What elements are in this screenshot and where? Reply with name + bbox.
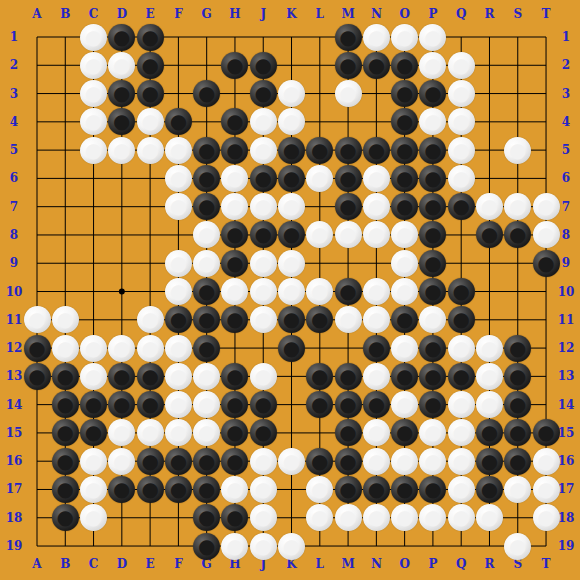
column-label-bottom-B: B (60, 557, 70, 571)
column-label-top-R: R (484, 7, 494, 21)
white-stone-N16: ● (363, 448, 390, 475)
black-stone-G12: ● (193, 335, 220, 362)
white-stone-T17: ● (533, 476, 560, 503)
black-stone-M1: ● (335, 24, 362, 51)
white-stone-N10: ● (363, 278, 390, 305)
black-stone-G5: ● (193, 137, 220, 164)
column-label-top-S: S (513, 7, 522, 21)
white-stone-F6: ● (165, 165, 192, 192)
row-label-left-1: 1 (10, 30, 18, 44)
column-label-top-D: D (117, 7, 127, 21)
column-label-top-M: M (341, 7, 354, 21)
white-stone-K10: ● (278, 278, 305, 305)
column-label-bottom-Q: Q (456, 557, 466, 571)
black-stone-J14: ● (250, 391, 277, 418)
white-stone-F5: ● (165, 137, 192, 164)
white-stone-F13: ● (165, 363, 192, 390)
column-label-top-T: T (542, 7, 551, 21)
column-label-bottom-T: T (542, 557, 551, 571)
black-stone-G19: ● (193, 533, 220, 560)
white-stone-N7: ● (363, 193, 390, 220)
row-label-right-1: 1 (562, 30, 570, 44)
white-stone-Q15: ● (448, 419, 475, 446)
white-stone-K3: ● (278, 80, 305, 107)
row-label-right-10: 10 (558, 285, 575, 299)
white-stone-H19: ● (221, 533, 248, 560)
column-label-bottom-C: C (89, 557, 99, 571)
black-stone-M17: ● (335, 476, 362, 503)
black-stone-D13: ● (108, 363, 135, 390)
row-label-right-3: 3 (562, 87, 570, 101)
column-label-bottom-M: M (341, 557, 354, 571)
black-stone-E2: ● (137, 52, 164, 79)
black-stone-N5: ● (363, 137, 390, 164)
white-stone-L6: ● (306, 165, 333, 192)
black-stone-S12: ● (504, 335, 531, 362)
row-label-right-6: 6 (562, 171, 570, 185)
row-label-right-11: 11 (558, 313, 575, 327)
column-label-top-L: L (316, 7, 324, 21)
row-label-left-14: 14 (6, 398, 23, 412)
black-stone-D1: ● (108, 24, 135, 51)
white-stone-C13: ● (80, 363, 107, 390)
white-stone-Q6: ● (448, 165, 475, 192)
column-label-top-B: B (60, 7, 70, 21)
white-stone-J17: ● (250, 476, 277, 503)
row-label-right-18: 18 (558, 511, 575, 525)
white-stone-C1: ● (80, 24, 107, 51)
black-stone-G10: ● (193, 278, 220, 305)
black-stone-O2: ● (391, 52, 418, 79)
black-stone-H5: ● (221, 137, 248, 164)
white-stone-J16: ● (250, 448, 277, 475)
black-stone-O6: ● (391, 165, 418, 192)
white-stone-D16: ● (108, 448, 135, 475)
star-point-D10 (119, 289, 125, 295)
column-label-top-G: G (202, 7, 212, 21)
black-stone-R17: ● (476, 476, 503, 503)
white-stone-T7: ● (533, 193, 560, 220)
black-stone-E3: ● (137, 80, 164, 107)
white-stone-N1: ● (363, 24, 390, 51)
black-stone-F11: ● (165, 306, 192, 333)
row-label-left-12: 12 (6, 341, 23, 355)
black-stone-L13: ● (306, 363, 333, 390)
black-stone-G16: ● (193, 448, 220, 475)
black-stone-L16: ● (306, 448, 333, 475)
black-stone-O3: ● (391, 80, 418, 107)
white-stone-S19: ● (504, 533, 531, 560)
black-stone-N17: ● (363, 476, 390, 503)
column-label-top-P: P (428, 7, 437, 21)
black-stone-N14: ● (363, 391, 390, 418)
white-stone-J18: ● (250, 504, 277, 531)
row-label-left-10: 10 (6, 285, 23, 299)
white-stone-P16: ● (419, 448, 446, 475)
row-label-left-4: 4 (10, 115, 18, 129)
white-stone-G13: ● (193, 363, 220, 390)
white-stone-R12: ● (476, 335, 503, 362)
black-stone-M16: ● (335, 448, 362, 475)
white-stone-J19: ● (250, 533, 277, 560)
white-stone-E4: ● (137, 108, 164, 135)
white-stone-Q3: ● (448, 80, 475, 107)
white-stone-M11: ● (335, 306, 362, 333)
black-stone-N12: ● (363, 335, 390, 362)
white-stone-J4: ● (250, 108, 277, 135)
white-stone-C2: ● (80, 52, 107, 79)
row-label-right-7: 7 (562, 200, 570, 214)
white-stone-M3: ● (335, 80, 362, 107)
black-stone-M13: ● (335, 363, 362, 390)
black-stone-Q10: ● (448, 278, 475, 305)
row-label-left-18: 18 (6, 511, 23, 525)
row-label-right-9: 9 (562, 256, 570, 270)
column-label-top-Q: Q (456, 7, 466, 21)
column-label-top-J: J (260, 7, 266, 21)
black-stone-O17: ● (391, 476, 418, 503)
row-label-left-5: 5 (10, 143, 18, 157)
row-label-right-14: 14 (558, 398, 575, 412)
white-stone-E15: ● (137, 419, 164, 446)
black-stone-P5: ● (419, 137, 446, 164)
white-stone-F14: ● (165, 391, 192, 418)
white-stone-N11: ● (363, 306, 390, 333)
black-stone-B17: ● (52, 476, 79, 503)
black-stone-H9: ● (221, 250, 248, 277)
white-stone-C5: ● (80, 137, 107, 164)
white-stone-A11: ● (24, 306, 51, 333)
white-stone-Q16: ● (448, 448, 475, 475)
column-label-top-N: N (371, 7, 382, 21)
white-stone-J7: ● (250, 193, 277, 220)
white-stone-Q14: ● (448, 391, 475, 418)
white-stone-B11: ● (52, 306, 79, 333)
row-label-right-16: 16 (558, 454, 575, 468)
white-stone-O10: ● (391, 278, 418, 305)
black-stone-J6: ● (250, 165, 277, 192)
black-stone-P12: ● (419, 335, 446, 362)
black-stone-K5: ● (278, 137, 305, 164)
white-stone-O16: ● (391, 448, 418, 475)
column-label-bottom-A: A (32, 557, 41, 571)
row-label-right-4: 4 (562, 115, 570, 129)
row-label-right-5: 5 (562, 143, 570, 157)
row-label-right-12: 12 (558, 341, 575, 355)
black-stone-Q7: ● (448, 193, 475, 220)
white-stone-F10: ● (165, 278, 192, 305)
column-label-top-O: O (399, 7, 409, 21)
white-stone-Q12: ● (448, 335, 475, 362)
white-stone-P1: ● (419, 24, 446, 51)
white-stone-Q5: ● (448, 137, 475, 164)
black-stone-O5: ● (391, 137, 418, 164)
black-stone-M7: ● (335, 193, 362, 220)
row-label-left-19: 19 (6, 539, 23, 553)
black-stone-M6: ● (335, 165, 362, 192)
white-stone-J13: ● (250, 363, 277, 390)
black-stone-M5: ● (335, 137, 362, 164)
black-stone-N2: ● (363, 52, 390, 79)
row-label-left-8: 8 (10, 228, 18, 242)
row-label-right-8: 8 (562, 228, 570, 242)
black-stone-C14: ● (80, 391, 107, 418)
black-stone-M15: ● (335, 419, 362, 446)
white-stone-N6: ● (363, 165, 390, 192)
row-label-left-17: 17 (6, 482, 23, 496)
go-board-diagram: ABCDEFGHJKLMNOPQRST ABCDEFGHJKLMNOPQRST … (0, 0, 580, 580)
white-stone-J11: ● (250, 306, 277, 333)
white-stone-R13: ● (476, 363, 503, 390)
column-label-bottom-D: D (117, 557, 127, 571)
white-stone-J9: ● (250, 250, 277, 277)
white-stone-C17: ● (80, 476, 107, 503)
black-stone-A12: ● (24, 335, 51, 362)
white-stone-N18: ● (363, 504, 390, 531)
white-stone-Q4: ● (448, 108, 475, 135)
black-stone-O13: ● (391, 363, 418, 390)
black-stone-E1: ● (137, 24, 164, 51)
white-stone-D2: ● (108, 52, 135, 79)
black-stone-J8: ● (250, 221, 277, 248)
black-stone-Q11: ● (448, 306, 475, 333)
column-label-bottom-L: L (316, 557, 324, 571)
white-stone-Q18: ● (448, 504, 475, 531)
black-stone-S13: ● (504, 363, 531, 390)
white-stone-R7: ● (476, 193, 503, 220)
white-stone-F7: ● (165, 193, 192, 220)
column-label-bottom-O: O (399, 557, 409, 571)
white-stone-K7: ● (278, 193, 305, 220)
white-stone-Q17: ● (448, 476, 475, 503)
black-stone-T15: ● (533, 419, 560, 446)
column-label-top-C: C (89, 7, 99, 21)
white-stone-K19: ● (278, 533, 305, 560)
column-label-bottom-N: N (371, 557, 382, 571)
white-stone-O9: ● (391, 250, 418, 277)
black-stone-E14: ● (137, 391, 164, 418)
column-label-bottom-R: R (484, 557, 494, 571)
black-stone-G6: ● (193, 165, 220, 192)
white-stone-E12: ● (137, 335, 164, 362)
column-label-bottom-F: F (174, 557, 183, 571)
black-stone-E17: ● (137, 476, 164, 503)
white-stone-J10: ● (250, 278, 277, 305)
black-stone-J15: ● (250, 419, 277, 446)
black-stone-T9: ● (533, 250, 560, 277)
white-stone-D5: ● (108, 137, 135, 164)
row-label-left-11: 11 (6, 313, 23, 327)
column-label-top-H: H (229, 7, 240, 21)
black-stone-H16: ● (221, 448, 248, 475)
row-label-left-6: 6 (10, 171, 18, 185)
black-stone-A13: ● (24, 363, 51, 390)
column-label-top-F: F (174, 7, 183, 21)
row-label-right-19: 19 (558, 539, 575, 553)
white-stone-C16: ● (80, 448, 107, 475)
column-label-bottom-P: P (428, 557, 437, 571)
column-label-top-K: K (286, 7, 296, 21)
white-stone-M18: ● (335, 504, 362, 531)
black-stone-K12: ● (278, 335, 305, 362)
black-stone-Q13: ● (448, 363, 475, 390)
black-stone-S16: ● (504, 448, 531, 475)
black-stone-R16: ● (476, 448, 503, 475)
white-stone-N13: ● (363, 363, 390, 390)
white-stone-B12: ● (52, 335, 79, 362)
black-stone-M2: ● (335, 52, 362, 79)
black-stone-E16: ● (137, 448, 164, 475)
white-stone-F9: ● (165, 250, 192, 277)
white-stone-D12: ● (108, 335, 135, 362)
row-label-right-15: 15 (558, 426, 575, 440)
black-stone-B16: ● (52, 448, 79, 475)
row-label-left-9: 9 (10, 256, 18, 270)
row-label-left-2: 2 (10, 58, 18, 72)
white-stone-T18: ● (533, 504, 560, 531)
white-stone-P2: ● (419, 52, 446, 79)
row-label-right-13: 13 (558, 369, 575, 383)
black-stone-J3: ● (250, 80, 277, 107)
white-stone-S5: ● (504, 137, 531, 164)
black-stone-B18: ● (52, 504, 79, 531)
white-stone-T16: ● (533, 448, 560, 475)
white-stone-E11: ● (137, 306, 164, 333)
row-label-left-3: 3 (10, 87, 18, 101)
white-stone-J5: ● (250, 137, 277, 164)
black-stone-J2: ● (250, 52, 277, 79)
row-label-right-17: 17 (558, 482, 575, 496)
white-stone-F12: ● (165, 335, 192, 362)
white-stone-M8: ● (335, 221, 362, 248)
black-stone-K6: ● (278, 165, 305, 192)
white-stone-Q2: ● (448, 52, 475, 79)
black-stone-B15: ● (52, 419, 79, 446)
white-stone-R14: ● (476, 391, 503, 418)
black-stone-L5: ● (306, 137, 333, 164)
black-stone-B14: ● (52, 391, 79, 418)
white-stone-T8: ● (533, 221, 560, 248)
row-label-left-15: 15 (6, 426, 23, 440)
black-stone-F16: ● (165, 448, 192, 475)
column-label-bottom-E: E (146, 557, 155, 571)
white-stone-K16: ● (278, 448, 305, 475)
column-label-top-A: A (32, 7, 41, 21)
row-label-left-7: 7 (10, 200, 18, 214)
black-stone-B13: ● (52, 363, 79, 390)
row-label-left-13: 13 (6, 369, 23, 383)
white-stone-E5: ● (137, 137, 164, 164)
black-stone-P9: ● (419, 250, 446, 277)
black-stone-G17: ● (193, 476, 220, 503)
white-stone-O12: ● (391, 335, 418, 362)
white-stone-C12: ● (80, 335, 107, 362)
row-label-left-16: 16 (6, 454, 23, 468)
black-stone-M14: ● (335, 391, 362, 418)
row-label-right-2: 2 (562, 58, 570, 72)
white-stone-G9: ● (193, 250, 220, 277)
column-label-top-E: E (146, 7, 155, 21)
white-stone-O1: ● (391, 24, 418, 51)
white-stone-C3: ● (80, 80, 107, 107)
white-stone-K9: ● (278, 250, 305, 277)
black-stone-M10: ● (335, 278, 362, 305)
black-stone-E13: ● (137, 363, 164, 390)
black-stone-F17: ● (165, 476, 192, 503)
